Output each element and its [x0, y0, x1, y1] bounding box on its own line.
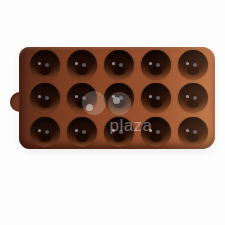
watermark-text: plaza [100, 117, 162, 135]
mould-cavity [67, 50, 97, 80]
cavity-glint [149, 95, 152, 98]
logo-dot [113, 97, 120, 104]
cavity-glint [193, 63, 197, 67]
cavity-glint [38, 62, 41, 65]
cavity-emboss [76, 133, 88, 142]
cavity-glint [82, 63, 86, 67]
cavity-emboss [39, 133, 51, 142]
cavity-glint [75, 62, 78, 65]
cavity-emboss [113, 66, 125, 75]
mould-cavity [104, 50, 134, 80]
cavity-glint [38, 95, 41, 98]
cavity-glint [75, 129, 78, 132]
logo-dot [86, 104, 93, 111]
cavity-glint [45, 130, 49, 134]
cavity-emboss [187, 133, 199, 142]
cavity-glint [186, 129, 189, 132]
product-photo: plaza [0, 0, 225, 225]
cavity-emboss [150, 66, 162, 75]
cavity-glint [193, 96, 197, 100]
cavity-emboss [76, 66, 88, 75]
mould-cavity [178, 83, 208, 113]
cavity-emboss [187, 66, 199, 75]
mould-cavity [67, 117, 97, 147]
cavity-glint [186, 62, 189, 65]
cavity-glint [45, 96, 49, 100]
mould-cavity [141, 50, 171, 80]
cavity-emboss [150, 99, 162, 108]
mould-cavity [178, 117, 208, 147]
mould-cavity [30, 50, 60, 80]
cavity-emboss [39, 66, 51, 75]
cavity-glint [156, 96, 160, 100]
mould-cavity [30, 83, 60, 113]
cavity-glint [149, 62, 152, 65]
logo-circle-right [108, 92, 131, 115]
cavity-glint [186, 95, 189, 98]
logo-circle-left [82, 91, 106, 115]
cavity-glint [193, 130, 197, 134]
cavity-glint [156, 63, 160, 67]
cavity-emboss [39, 99, 51, 108]
plaza-logo-icon [82, 90, 132, 116]
mould-cavity [141, 83, 171, 113]
cavity-glint [82, 130, 86, 134]
cavity-emboss [187, 99, 199, 108]
mould-cavity [178, 50, 208, 80]
cavity-glint [119, 63, 123, 67]
cavity-glint [45, 63, 49, 67]
cavity-glint [112, 62, 115, 65]
cavity-glint [38, 129, 41, 132]
cavity-glint [75, 95, 78, 98]
mould-cavity [30, 117, 60, 147]
